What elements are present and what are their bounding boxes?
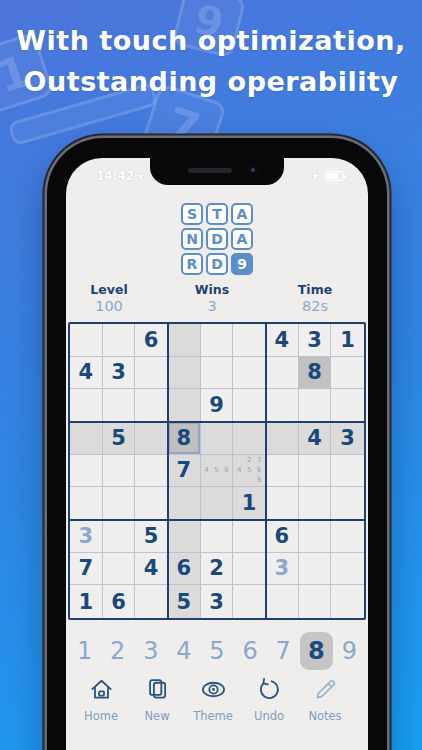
cell-r9c1[interactable]: 1 — [70, 585, 103, 618]
home-label: Home — [84, 709, 118, 723]
number-pad: 123456789 — [68, 632, 366, 670]
cell-r5c4[interactable]: 7 — [168, 455, 201, 488]
cell-r9c7[interactable] — [266, 585, 299, 618]
undo-label: Undo — [254, 709, 284, 723]
logo-tile-A: A — [231, 203, 253, 225]
logo-tile-T: T — [206, 203, 228, 225]
cell-r5c1[interactable] — [70, 455, 103, 488]
theme-icon — [200, 676, 227, 703]
cell-r6c9[interactable] — [331, 487, 364, 520]
cell-r4c2[interactable]: 5 — [103, 422, 136, 455]
logo-tile-D: D — [206, 253, 228, 275]
new-label: New — [144, 709, 169, 723]
cell-r7c7[interactable]: 6 — [266, 520, 299, 553]
status-time: 14:42 — [96, 169, 134, 183]
cell-r8c6[interactable] — [233, 553, 266, 586]
cell-r8c4[interactable]: 6 — [168, 553, 201, 586]
cell-r8c1[interactable]: 7 — [70, 553, 103, 586]
numpad-key-2[interactable]: 2 — [101, 632, 134, 670]
cell-r1c2[interactable] — [103, 324, 136, 357]
undo-button[interactable]: Undo — [242, 676, 296, 723]
numpad-key-9[interactable]: 9 — [333, 632, 366, 670]
cell-r9c5[interactable]: 3 — [201, 585, 234, 618]
stat-wins-value: 3 — [183, 298, 241, 314]
new-icon — [144, 676, 171, 703]
stat-level: Level 100 — [80, 282, 138, 314]
cell-r5c7[interactable] — [266, 455, 299, 488]
stats-row: Level 100 Wins 3 Time 82s — [66, 282, 368, 314]
cell-r2c4[interactable] — [168, 357, 201, 390]
stat-wins-label: Wins — [183, 282, 241, 297]
cell-r2c7[interactable] — [266, 357, 299, 390]
cell-r1c3[interactable]: 6 — [135, 324, 168, 357]
phone-screen: 14:42 ➤ ✈ STANDARD9 Level 100 Wins 3 T — [66, 158, 368, 750]
headline-line2: Outstanding operability — [0, 61, 422, 102]
notes-icon — [312, 676, 339, 703]
cell-r9c2[interactable]: 6 — [103, 585, 136, 618]
cell-r1c6[interactable] — [233, 324, 266, 357]
cell-r8c3[interactable]: 4 — [135, 553, 168, 586]
cell-r3c3[interactable] — [135, 389, 168, 422]
numpad-key-3[interactable]: 3 — [134, 632, 167, 670]
numpad-key-4[interactable]: 4 — [167, 632, 200, 670]
cell-r4c7[interactable] — [266, 422, 299, 455]
cell-r3c9[interactable] — [331, 389, 364, 422]
numpad-key-5[interactable]: 5 — [200, 632, 233, 670]
notes-button[interactable]: Notes — [298, 676, 352, 723]
cell-r1c9[interactable]: 1 — [331, 324, 364, 357]
logo-tile-S: S — [181, 203, 203, 225]
numpad-key-7[interactable]: 7 — [267, 632, 300, 670]
cell-r1c5[interactable] — [201, 324, 234, 357]
cell-r6c8[interactable] — [299, 487, 332, 520]
stat-time-value: 82s — [286, 298, 344, 314]
undo-icon — [256, 676, 283, 703]
cell-r4c1[interactable] — [70, 422, 103, 455]
pencil-notes: 456 — [202, 456, 232, 486]
cell-r1c4[interactable] — [168, 324, 201, 357]
stat-time-label: Time — [286, 282, 344, 297]
cell-r9c8[interactable] — [299, 585, 332, 618]
pencil-notes: 234569 — [234, 456, 264, 486]
cell-r5c6[interactable]: 234569 — [233, 455, 266, 488]
cell-r6c1[interactable] — [70, 487, 103, 520]
cell-r1c1[interactable] — [70, 324, 103, 357]
cell-r5c5[interactable]: 456 — [201, 455, 234, 488]
cell-r4c9[interactable]: 3 — [331, 422, 364, 455]
cell-r6c6[interactable]: 1 — [233, 487, 266, 520]
cell-r4c8[interactable]: 4 — [299, 422, 332, 455]
cell-r6c2[interactable] — [103, 487, 136, 520]
stat-level-value: 100 — [80, 298, 138, 314]
cell-r3c5[interactable]: 9 — [201, 389, 234, 422]
cell-r9c4[interactable]: 5 — [168, 585, 201, 618]
cell-r7c2[interactable] — [103, 520, 136, 553]
logo-tile-A: A — [231, 228, 253, 250]
new-button[interactable]: New — [130, 676, 184, 723]
cell-r7c4[interactable] — [168, 520, 201, 553]
battery-icon — [325, 171, 344, 181]
cell-r2c9[interactable] — [331, 357, 364, 390]
speaker — [188, 168, 232, 173]
cell-r4c4[interactable]: 8 — [168, 422, 201, 455]
home-icon — [88, 676, 115, 703]
logo-tile-9: 9 — [231, 253, 253, 275]
logo-tile-D: D — [206, 228, 228, 250]
cell-r3c6[interactable] — [233, 389, 266, 422]
theme-label: Theme — [193, 709, 233, 723]
cell-r6c7[interactable] — [266, 487, 299, 520]
cell-r3c4[interactable] — [168, 389, 201, 422]
phone-mockup: 14:42 ➤ ✈ STANDARD9 Level 100 Wins 3 T — [47, 138, 387, 750]
stat-level-label: Level — [80, 282, 138, 297]
cell-r1c7[interactable]: 4 — [266, 324, 299, 357]
stat-time: Time 82s — [286, 282, 344, 314]
cell-r7c3[interactable]: 5 — [135, 520, 168, 553]
stat-wins: Wins 3 — [183, 282, 241, 314]
cell-r3c8[interactable] — [299, 389, 332, 422]
theme-button[interactable]: Theme — [186, 676, 240, 723]
logo-tile-R: R — [181, 253, 203, 275]
cell-r8c8[interactable] — [299, 553, 332, 586]
cell-r5c2[interactable] — [103, 455, 136, 488]
cell-r8c9[interactable] — [331, 553, 364, 586]
cell-r9c3[interactable] — [135, 585, 168, 618]
cell-r9c9[interactable] — [331, 585, 364, 618]
cell-r4c5[interactable] — [201, 422, 234, 455]
cell-r2c3[interactable] — [135, 357, 168, 390]
headline: With touch optimization, Outstanding ope… — [0, 0, 422, 102]
cell-r2c5[interactable] — [201, 357, 234, 390]
cell-r5c3[interactable] — [135, 455, 168, 488]
cell-r6c5[interactable] — [201, 487, 234, 520]
notes-label: Notes — [308, 709, 341, 723]
cell-r7c8[interactable] — [299, 520, 332, 553]
cell-r5c9[interactable] — [331, 455, 364, 488]
cell-r7c5[interactable] — [201, 520, 234, 553]
cell-r5c8[interactable] — [299, 455, 332, 488]
cell-r4c6[interactable] — [233, 422, 266, 455]
front-camera — [248, 165, 258, 175]
logo-tile-N: N — [181, 228, 203, 250]
numpad-key-1[interactable]: 1 — [68, 632, 101, 670]
cell-r7c1[interactable]: 3 — [70, 520, 103, 553]
cell-r6c4[interactable] — [168, 487, 201, 520]
toolbar: Home New Theme — [66, 676, 368, 723]
cell-r6c3[interactable] — [135, 487, 168, 520]
cell-r2c2[interactable]: 3 — [103, 357, 136, 390]
cell-r3c1[interactable] — [70, 389, 103, 422]
cell-r7c9[interactable] — [331, 520, 364, 553]
cell-r2c8[interactable]: 8 — [299, 357, 332, 390]
numpad-key-8[interactable]: 8 — [300, 632, 333, 670]
cell-r1c8[interactable]: 3 — [299, 324, 332, 357]
cell-r2c1[interactable]: 4 — [70, 357, 103, 390]
home-button[interactable]: Home — [74, 676, 128, 723]
headline-line1: With touch optimization, — [0, 20, 422, 61]
cell-r3c2[interactable] — [103, 389, 136, 422]
sudoku-board: 64314389584374562345691356746231653 — [68, 322, 366, 620]
notch — [150, 158, 284, 185]
cell-r2c6[interactable] — [233, 357, 266, 390]
cell-r9c6[interactable] — [233, 585, 266, 618]
logo-grid: STANDARD9 — [181, 203, 253, 275]
cell-r8c2[interactable] — [103, 553, 136, 586]
cell-r3c7[interactable] — [266, 389, 299, 422]
location-arrow-icon: ➤ — [135, 170, 147, 183]
cell-r8c5[interactable]: 2 — [201, 553, 234, 586]
cell-r4c3[interactable] — [135, 422, 168, 455]
airplane-icon: ✈ — [310, 169, 320, 183]
numpad-key-6[interactable]: 6 — [234, 632, 267, 670]
cell-r7c6[interactable] — [233, 520, 266, 553]
cell-r8c7[interactable]: 3 — [266, 553, 299, 586]
